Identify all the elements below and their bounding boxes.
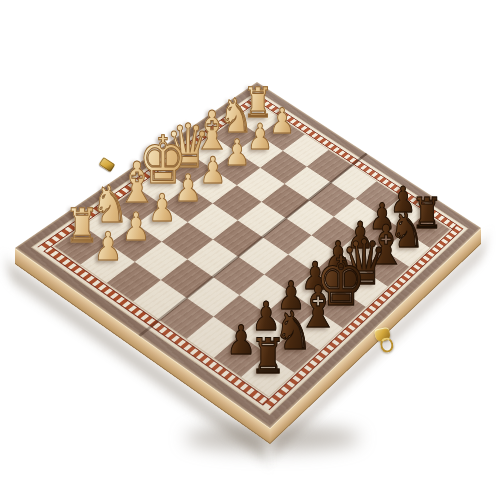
piece-white-pawn[interactable]: ♟ [174,170,202,208]
folding-chess-set-photo: ♜♟♟♜♞♟♟♞♝♟♟♝♛♟♟♛♚♟♟♚♝♟♟♝♞♟♟♞♜♟♟♜ [0,0,500,500]
brass-clasp[interactable] [372,326,396,352]
piece-white-pawn[interactable]: ♟ [223,136,250,172]
piece-white-pawn[interactable]: ♟ [121,208,150,247]
piece-black-rook[interactable]: ♜ [250,331,286,379]
brass-hinge [99,157,116,172]
piece-white-pawn[interactable]: ♟ [247,119,273,155]
piece-white-pawn[interactable]: ♟ [199,153,226,190]
piece-white-pawn[interactable]: ♟ [93,228,122,268]
piece-white-pawn[interactable]: ♟ [148,189,176,227]
clasp-loop [379,336,395,353]
